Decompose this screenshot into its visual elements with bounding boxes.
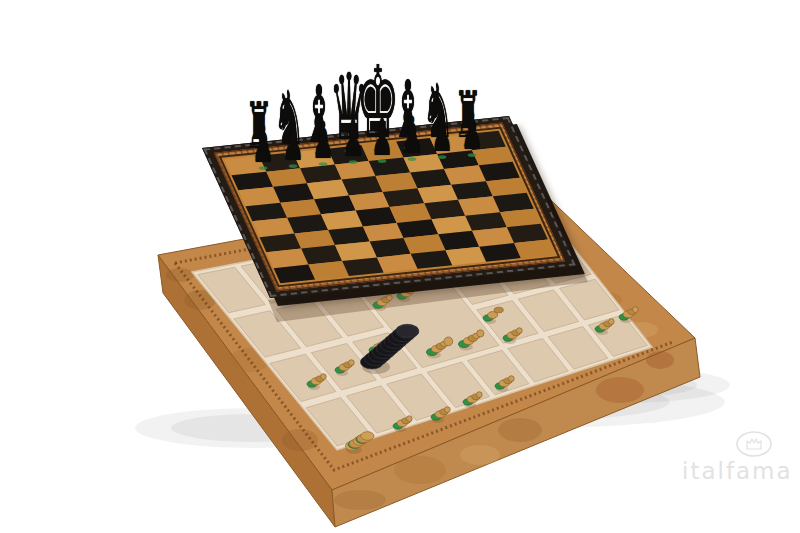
board-square-h1[interactable] (513, 239, 554, 258)
brand-emblem-icon (734, 430, 774, 458)
product-photo-stage: ♜♞♝♛♚♝♞♜♟♟♟♟♟♟♟♟ italfama (0, 0, 800, 533)
board-grid (224, 131, 554, 283)
chess-board (202, 116, 577, 298)
brand-watermark: italfama (676, 430, 800, 490)
brand-watermark-text: italfama (682, 458, 793, 484)
board-inner-frame (219, 127, 561, 288)
